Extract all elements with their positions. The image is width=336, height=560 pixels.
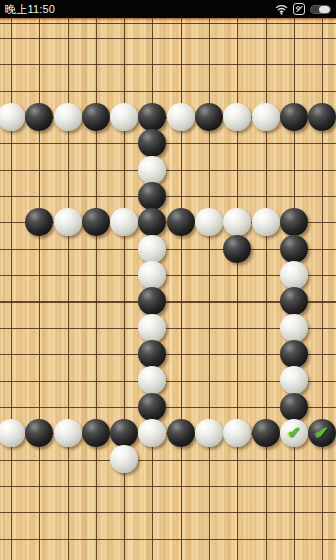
- white-stone[interactable]: [0, 419, 25, 447]
- board-intersection[interactable]: [167, 209, 195, 235]
- board-intersection[interactable]: ✔: [308, 420, 336, 446]
- stones-grid: ✔✔: [0, 25, 336, 552]
- black-stone[interactable]: [280, 208, 308, 236]
- white-stone[interactable]: [0, 103, 25, 131]
- board-intersection[interactable]: [251, 420, 279, 446]
- board-intersection[interactable]: [110, 446, 138, 472]
- board-intersection[interactable]: [223, 104, 251, 130]
- status-time: 晚上11:50: [5, 0, 55, 18]
- black-stone[interactable]: [138, 103, 166, 131]
- board-intersection[interactable]: [308, 104, 336, 130]
- board-intersection[interactable]: [280, 236, 308, 262]
- board-intersection[interactable]: [138, 420, 166, 446]
- black-stone[interactable]: [82, 419, 110, 447]
- board-intersection[interactable]: [251, 104, 279, 130]
- black-stone[interactable]: [25, 208, 53, 236]
- floating-window-icon: [293, 3, 305, 15]
- board-intersection[interactable]: ✔: [280, 420, 308, 446]
- white-stone[interactable]: [110, 445, 138, 473]
- board-intersection[interactable]: [53, 420, 81, 446]
- black-stone[interactable]: [280, 235, 308, 263]
- black-stone[interactable]: [195, 103, 223, 131]
- battery-icon: [310, 5, 331, 14]
- board-intersection[interactable]: [138, 394, 166, 420]
- wifi-icon: [275, 4, 288, 15]
- white-stone[interactable]: [138, 261, 166, 289]
- white-stone[interactable]: [54, 208, 82, 236]
- board-intersection[interactable]: [280, 104, 308, 130]
- board-intersection[interactable]: [280, 288, 308, 314]
- black-stone[interactable]: [280, 103, 308, 131]
- board-intersection[interactable]: [138, 130, 166, 156]
- board-intersection[interactable]: [280, 209, 308, 235]
- board-intersection[interactable]: [110, 104, 138, 130]
- board-intersection[interactable]: [82, 209, 110, 235]
- board-intersection[interactable]: [280, 262, 308, 288]
- board-intersection[interactable]: [138, 367, 166, 393]
- white-stone[interactable]: [280, 366, 308, 394]
- board-intersection[interactable]: [110, 420, 138, 446]
- black-stone[interactable]: [167, 208, 195, 236]
- black-stone[interactable]: [138, 340, 166, 368]
- white-stone[interactable]: ✔: [280, 419, 308, 447]
- board-intersection[interactable]: [280, 341, 308, 367]
- white-stone[interactable]: [280, 314, 308, 342]
- board-intersection[interactable]: [138, 209, 166, 235]
- white-stone[interactable]: [223, 103, 251, 131]
- board-intersection[interactable]: [138, 262, 166, 288]
- go-board[interactable]: ✔✔: [0, 18, 336, 560]
- board-intersection[interactable]: [138, 157, 166, 183]
- screen: 晚上11:50 ✔✔: [0, 0, 336, 560]
- status-icons: [275, 3, 331, 15]
- white-stone[interactable]: [252, 208, 280, 236]
- white-stone[interactable]: [138, 366, 166, 394]
- board-intersection[interactable]: [195, 420, 223, 446]
- white-stone[interactable]: [167, 103, 195, 131]
- black-stone[interactable]: [110, 419, 138, 447]
- black-stone[interactable]: [308, 103, 336, 131]
- black-stone[interactable]: ✔: [308, 419, 336, 447]
- black-stone[interactable]: [138, 287, 166, 315]
- board-intersection[interactable]: [138, 104, 166, 130]
- board-intersection[interactable]: [280, 367, 308, 393]
- board-intersection[interactable]: [110, 209, 138, 235]
- black-stone[interactable]: [138, 129, 166, 157]
- board-intersection[interactable]: [280, 394, 308, 420]
- white-stone[interactable]: [54, 419, 82, 447]
- board-intersection[interactable]: [223, 420, 251, 446]
- board-intersection[interactable]: [223, 209, 251, 235]
- confirm-check-icon[interactable]: ✔: [308, 419, 336, 447]
- white-stone[interactable]: [280, 261, 308, 289]
- white-stone[interactable]: [223, 208, 251, 236]
- white-stone[interactable]: [223, 419, 251, 447]
- black-stone[interactable]: [167, 419, 195, 447]
- black-stone[interactable]: [252, 419, 280, 447]
- board-intersection[interactable]: [25, 209, 53, 235]
- black-stone[interactable]: [138, 393, 166, 421]
- black-stone[interactable]: [138, 182, 166, 210]
- white-stone[interactable]: [138, 419, 166, 447]
- board-intersection[interactable]: [280, 315, 308, 341]
- board-intersection[interactable]: [138, 341, 166, 367]
- board-intersection[interactable]: [138, 288, 166, 314]
- board-intersection[interactable]: [138, 315, 166, 341]
- white-stone[interactable]: [54, 103, 82, 131]
- status-bar: 晚上11:50: [0, 0, 336, 18]
- black-stone[interactable]: [25, 419, 53, 447]
- board-intersection[interactable]: [167, 104, 195, 130]
- board-intersection[interactable]: [138, 183, 166, 209]
- board-intersection[interactable]: [53, 104, 81, 130]
- board-intersection[interactable]: [195, 209, 223, 235]
- confirm-check-icon[interactable]: ✔: [280, 419, 308, 447]
- black-stone[interactable]: [280, 340, 308, 368]
- board-intersection[interactable]: [223, 236, 251, 262]
- white-stone[interactable]: [195, 419, 223, 447]
- board-intersection[interactable]: [138, 236, 166, 262]
- board-intersection[interactable]: [0, 420, 25, 446]
- board-intersection[interactable]: [25, 420, 53, 446]
- black-stone[interactable]: [223, 235, 251, 263]
- board-intersection[interactable]: [251, 209, 279, 235]
- black-stone[interactable]: [138, 208, 166, 236]
- white-stone[interactable]: [138, 235, 166, 263]
- board-intersection[interactable]: [25, 104, 53, 130]
- white-stone[interactable]: [252, 103, 280, 131]
- battery-fill-part: [319, 6, 330, 13]
- black-stone[interactable]: [280, 287, 308, 315]
- board-intersection[interactable]: [195, 104, 223, 130]
- black-stone[interactable]: [25, 103, 53, 131]
- white-stone[interactable]: [110, 103, 138, 131]
- battery-empty-part: [311, 6, 319, 13]
- white-stone[interactable]: [138, 314, 166, 342]
- white-stone[interactable]: [195, 208, 223, 236]
- board-intersection[interactable]: [0, 104, 25, 130]
- white-stone[interactable]: [110, 208, 138, 236]
- white-stone[interactable]: [138, 156, 166, 184]
- board-intersection[interactable]: [167, 420, 195, 446]
- board-intersection[interactable]: [53, 209, 81, 235]
- black-stone[interactable]: [280, 393, 308, 421]
- black-stone[interactable]: [82, 103, 110, 131]
- board-intersection[interactable]: [82, 104, 110, 130]
- black-stone[interactable]: [82, 208, 110, 236]
- board-intersection[interactable]: [82, 420, 110, 446]
